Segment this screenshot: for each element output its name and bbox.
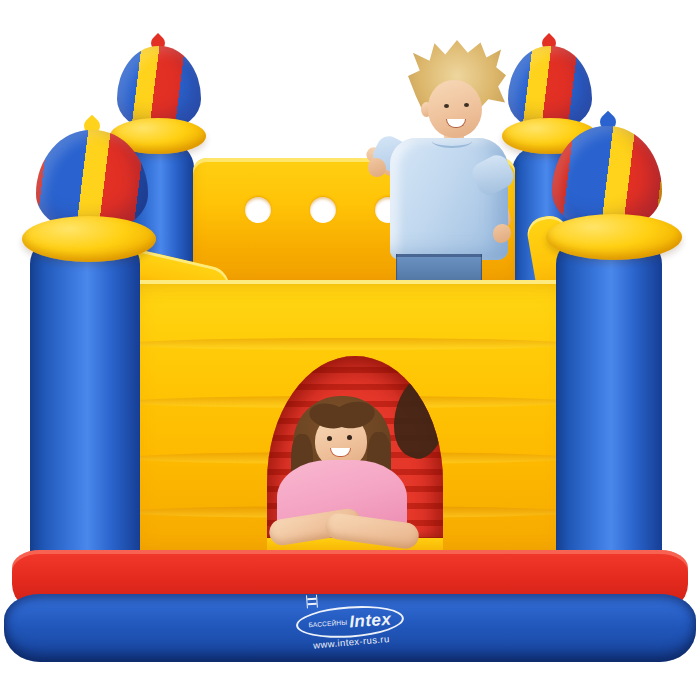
watermark-brand-name: Intex [349, 609, 392, 632]
watermark: БАССЕЙНЫ Intex www.intex-rus.ru [294, 588, 418, 656]
boy-collar [432, 134, 472, 148]
column-front-left [30, 238, 140, 602]
pool-ladder-icon [306, 595, 318, 609]
ring-front-left [22, 216, 156, 262]
girl-eye-left [327, 436, 332, 441]
watermark-brand-prefix: БАССЕЙНЫ [308, 619, 347, 629]
product-photo-stage: БАССЕЙНЫ Intex www.intex-rus.ru [0, 0, 700, 700]
ring-front-right [546, 214, 682, 260]
girl-eye-right [347, 435, 352, 440]
boy-hand-right [493, 224, 511, 243]
wall-ridge-1 [126, 338, 574, 350]
child-boy [358, 40, 520, 286]
boy-eye-right [464, 103, 469, 107]
wall-hole-1 [245, 197, 271, 223]
wall-hole-2 [310, 197, 336, 223]
boy-eye-left [444, 104, 449, 108]
boy-fist-left [368, 158, 386, 177]
boy-face [428, 80, 482, 138]
